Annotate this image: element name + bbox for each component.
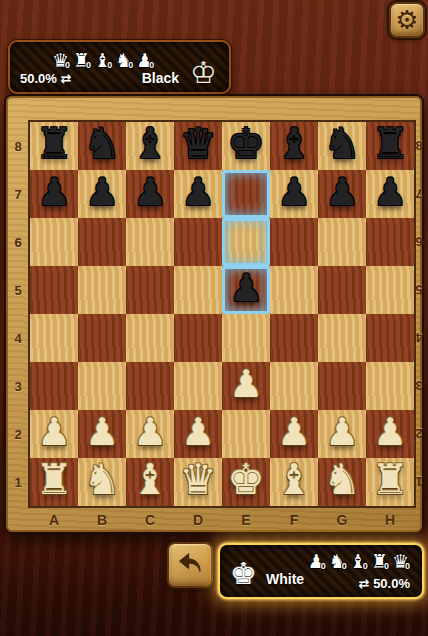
white-pawn-a2: ♟ [37,413,71,451]
square-h8[interactable]: ♜ [366,122,414,170]
captured-knight-count: 0 [128,60,133,70]
swap-icon: ⇄ [61,71,72,86]
black-pawn-b7: ♟ [85,173,119,211]
captured-queen-icon: ♛0 [52,51,70,70]
white-king-e1: ♚ [227,459,265,501]
captured-bishop-icon: ♝0 [94,51,112,70]
chess-board: 87654321 87654321 ABCDEFGH ♜♞♝♛♚♝♞♜♟♟♟♟♟… [4,94,424,534]
square-f6[interactable] [270,218,318,266]
square-a7[interactable]: ♟ [30,170,78,218]
black-player-label: Black [142,70,179,86]
square-h7[interactable]: ♟ [366,170,414,218]
gear-icon: ⚙ [395,7,418,33]
rank-labels-left: 87654321 [8,122,28,506]
square-g3[interactable] [318,362,366,410]
settings-button[interactable]: ⚙ [389,2,425,38]
square-a2[interactable]: ♟ [30,410,78,458]
white-player-label: White [266,571,304,587]
square-f5[interactable] [270,266,318,314]
captured-pawn-icon: ♟0 [136,51,154,70]
captured-knight-icon: ♞0 [115,51,133,70]
white-player-panel: ♚ White ♟0♞0♝0♜0♛0 ⇄ 50.0% [218,543,424,599]
black-knight-b8: ♞ [83,123,121,165]
undo-button[interactable] [167,542,213,588]
square-h6[interactable] [366,218,414,266]
white-bishop-c1: ♝ [131,459,169,501]
square-a3[interactable] [30,362,78,410]
black-rook-a8: ♜ [35,123,73,165]
rank-label-right-3: 3 [412,362,426,410]
square-b3[interactable] [78,362,126,410]
captured-rook-count: 0 [86,60,91,70]
square-c8[interactable]: ♝ [126,122,174,170]
white-knight-b1: ♞ [83,459,121,501]
square-c2[interactable]: ♟ [126,410,174,458]
black-player-panel: ♛0♜0♝0♞0♟0 50.0% ⇄ Black ♔ [8,40,231,94]
square-c6[interactable] [126,218,174,266]
square-c1[interactable]: ♝ [126,458,174,506]
black-pawn-h7: ♟ [373,173,407,211]
square-b1[interactable]: ♞ [78,458,126,506]
captured-queen-count: 0 [65,60,70,70]
square-e4[interactable] [222,314,270,362]
square-e8[interactable]: ♚ [222,122,270,170]
undo-arrow-icon [175,548,205,582]
rank-label-right-5: 5 [412,266,426,314]
square-d1[interactable]: ♛ [174,458,222,506]
white-bishop-f1: ♝ [275,459,313,501]
square-h5[interactable] [366,266,414,314]
rank-labels-right: 87654321 [412,122,426,506]
square-d3[interactable] [174,362,222,410]
square-b5[interactable] [78,266,126,314]
rank-label-left-6: 6 [8,218,28,266]
black-king-e8: ♚ [227,123,265,165]
captured-bishop-count: 0 [107,60,112,70]
square-c3[interactable] [126,362,174,410]
black-pawn-c7: ♟ [133,173,167,211]
square-f2[interactable]: ♟ [270,410,318,458]
square-f3[interactable] [270,362,318,410]
square-h3[interactable] [366,362,414,410]
black-rook-h8: ♜ [371,123,409,165]
white-king-icon: ♚ [230,559,257,589]
square-e2[interactable] [222,410,270,458]
square-h1[interactable]: ♜ [366,458,414,506]
rank-label-left-7: 7 [8,170,28,218]
file-label-B: B [78,506,126,534]
square-f1[interactable]: ♝ [270,458,318,506]
square-e7[interactable] [222,170,270,218]
file-label-C: C [126,506,174,534]
captured-knight-icon: ♞0 [329,552,347,571]
captured-rook-count: 0 [384,561,389,571]
captured-rook-icon: ♜0 [371,552,389,571]
square-a6[interactable] [30,218,78,266]
black-win-percent: 50.0% ⇄ [20,71,71,86]
square-e1[interactable]: ♚ [222,458,270,506]
rank-label-right-4: 4 [412,314,426,362]
square-d8[interactable]: ♛ [174,122,222,170]
white-pawn-c2: ♟ [133,413,167,451]
white-pawn-f2: ♟ [277,413,311,451]
rank-label-right-7: 7 [412,170,426,218]
square-g1[interactable]: ♞ [318,458,366,506]
square-b2[interactable]: ♟ [78,410,126,458]
black-pawn-g7: ♟ [325,173,359,211]
square-g6[interactable] [318,218,366,266]
square-g2[interactable]: ♟ [318,410,366,458]
rank-label-left-3: 3 [8,362,28,410]
black-king-icon: ♔ [190,58,217,88]
rank-label-right-2: 2 [412,410,426,458]
captured-rook-icon: ♜0 [73,51,91,70]
white-pawn-d2: ♟ [181,413,215,451]
square-c5[interactable] [126,266,174,314]
white-knight-g1: ♞ [323,459,361,501]
square-b4[interactable] [78,314,126,362]
rank-label-left-4: 4 [8,314,28,362]
square-b6[interactable] [78,218,126,266]
file-label-A: A [30,506,78,534]
square-g5[interactable] [318,266,366,314]
square-a4[interactable] [30,314,78,362]
black-pawn-a7: ♟ [37,173,71,211]
rank-label-left-2: 2 [8,410,28,458]
swap-icon: ⇄ [359,576,370,591]
square-g7[interactable]: ♟ [318,170,366,218]
square-f4[interactable] [270,314,318,362]
white-queen-d1: ♛ [179,459,217,501]
black-captured-row: ♛0♜0♝0♞0♟0 [52,51,154,70]
square-g4[interactable] [318,314,366,362]
white-rook-a1: ♜ [35,459,73,501]
rank-label-left-5: 5 [8,266,28,314]
captured-pawn-count: 0 [321,561,326,571]
square-d5[interactable] [174,266,222,314]
rank-label-left-8: 8 [8,122,28,170]
black-pawn-d7: ♟ [181,173,215,211]
black-bishop-f8: ♝ [275,123,313,165]
file-label-G: G [318,506,366,534]
rank-label-right-6: 6 [412,218,426,266]
black-pawn-f7: ♟ [277,173,311,211]
white-captured-row: ♟0♞0♝0♜0♛0 [308,552,410,571]
square-b8[interactable]: ♞ [78,122,126,170]
square-a1[interactable]: ♜ [30,458,78,506]
square-f8[interactable]: ♝ [270,122,318,170]
captured-pawn-icon: ♟0 [308,552,326,571]
square-d2[interactable]: ♟ [174,410,222,458]
black-bishop-c8: ♝ [131,123,169,165]
rank-label-right-1: 1 [412,458,426,506]
captured-queen-icon: ♛0 [392,552,410,571]
square-d6[interactable] [174,218,222,266]
rank-label-right-8: 8 [412,122,426,170]
white-win-percent: ⇄ 50.0% [359,576,410,591]
square-e3[interactable]: ♟ [222,362,270,410]
white-pawn-b2: ♟ [85,413,119,451]
square-c7[interactable]: ♟ [126,170,174,218]
square-h2[interactable]: ♟ [366,410,414,458]
captured-bishop-icon: ♝0 [350,552,368,571]
black-queen-d8: ♛ [179,123,217,165]
square-c4[interactable] [126,314,174,362]
captured-bishop-count: 0 [363,561,368,571]
square-b7[interactable]: ♟ [78,170,126,218]
captured-queen-count: 0 [405,561,410,571]
file-label-H: H [366,506,414,534]
white-pawn-g2: ♟ [325,413,359,451]
file-label-E: E [222,506,270,534]
square-d7[interactable]: ♟ [174,170,222,218]
file-labels-bottom: ABCDEFGH [30,506,414,534]
captured-knight-count: 0 [342,561,347,571]
white-pawn-h2: ♟ [373,413,407,451]
white-pawn-e3: ♟ [229,365,263,403]
square-a5[interactable] [30,266,78,314]
square-d4[interactable] [174,314,222,362]
black-knight-g8: ♞ [323,123,361,165]
square-a8[interactable]: ♜ [30,122,78,170]
square-g8[interactable]: ♞ [318,122,366,170]
file-label-D: D [174,506,222,534]
square-e6[interactable] [222,218,270,266]
rank-label-left-1: 1 [8,458,28,506]
board-squares: ♜♞♝♛♚♝♞♜♟♟♟♟♟♟♟♟♟♟♟♟♟♟♟♟♜♞♝♛♚♝♞♜ [30,122,414,506]
square-e5[interactable]: ♟ [222,266,270,314]
black-pawn-e5: ♟ [229,269,263,307]
white-rook-h1: ♜ [371,459,409,501]
captured-pawn-count: 0 [149,60,154,70]
square-f7[interactable]: ♟ [270,170,318,218]
square-h4[interactable] [366,314,414,362]
file-label-F: F [270,506,318,534]
